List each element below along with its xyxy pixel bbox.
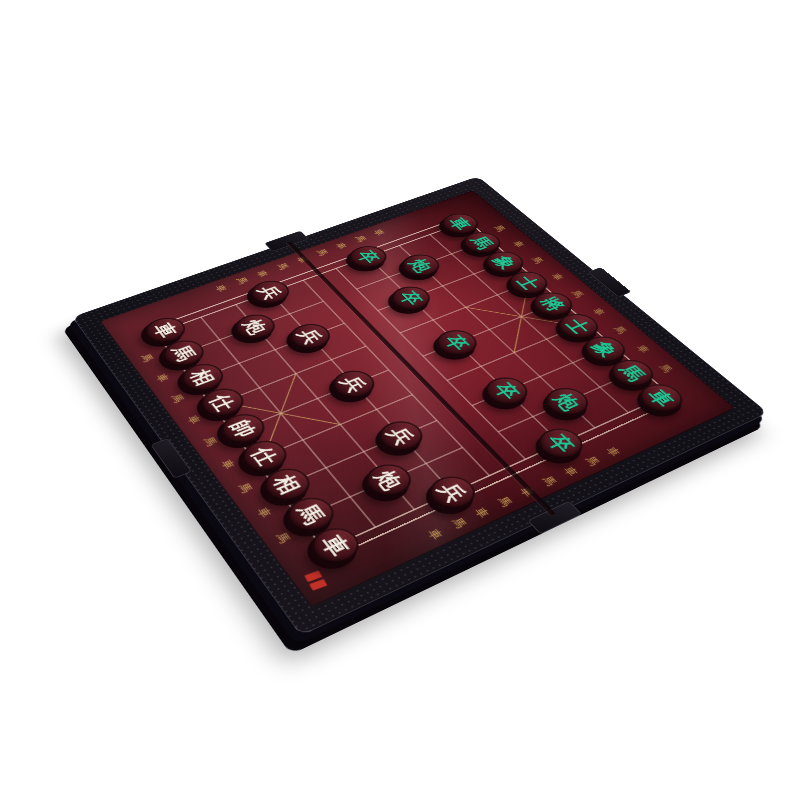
latch-tab-near bbox=[151, 438, 192, 479]
piece-glyph: 馬 bbox=[616, 363, 649, 384]
piece-glyph: 象 bbox=[490, 254, 519, 271]
piece-glyph: 士 bbox=[563, 317, 594, 336]
xiangqi-folding-board[interactable]: 馬車馬車馬車馬車馬 馬車馬車馬車馬車馬 車馬車馬車馬車馬車 車馬車馬車馬車馬車 … bbox=[72, 176, 768, 636]
hinge-tab-left bbox=[264, 231, 308, 252]
piece-glyph: 兵 bbox=[338, 374, 370, 395]
piece-glyph: 卒 bbox=[354, 249, 383, 266]
piece-glyph: 車 bbox=[150, 321, 180, 340]
piece-glyph: 相 bbox=[270, 472, 304, 497]
piece-glyph: 兵 bbox=[295, 327, 325, 346]
product-photo-stage: 馬車馬車馬車馬車馬 馬車馬車馬車馬車馬 車馬車馬車馬車馬車 車馬車馬車馬車馬車 … bbox=[0, 0, 800, 800]
piece-glyph: 兵 bbox=[435, 480, 470, 505]
piece-glyph: 兵 bbox=[255, 283, 284, 301]
piece-glyph: 車 bbox=[644, 387, 677, 408]
piece-glyph: 帥 bbox=[227, 417, 260, 440]
piece-glyph: 仕 bbox=[206, 392, 238, 414]
hinge-tab-right bbox=[527, 501, 582, 534]
piece-glyph: 卒 bbox=[490, 380, 523, 401]
piece-glyph: 炮 bbox=[371, 468, 406, 492]
piece-glyph: 象 bbox=[589, 339, 621, 359]
piece-glyph: 車 bbox=[317, 532, 353, 559]
piece-glyph: 馬 bbox=[168, 343, 198, 363]
board-surface[interactable]: 馬車馬車馬車馬車馬 馬車馬車馬車馬車馬 車馬車馬車馬車馬車 車馬車馬車馬車馬車 … bbox=[100, 190, 735, 607]
piece-glyph: 卒 bbox=[543, 432, 577, 455]
piece-glyph: 士 bbox=[513, 274, 543, 292]
piece-glyph: 卒 bbox=[441, 333, 472, 353]
piece-glyph: 將 bbox=[538, 295, 569, 313]
piece-glyph: 車 bbox=[446, 216, 474, 232]
piece-glyph: 卒 bbox=[396, 289, 426, 307]
piece-glyph: 兵 bbox=[384, 425, 417, 448]
piece-glyph: 相 bbox=[187, 367, 218, 388]
piece-glyph: 炮 bbox=[550, 391, 583, 413]
piece-glyph: 馬 bbox=[293, 501, 328, 527]
piece-glyph: 炮 bbox=[240, 317, 270, 336]
piece-glyph: 馬 bbox=[468, 235, 497, 251]
piece-glyph: 炮 bbox=[406, 257, 435, 274]
piece-glyph: 仕 bbox=[248, 444, 281, 468]
